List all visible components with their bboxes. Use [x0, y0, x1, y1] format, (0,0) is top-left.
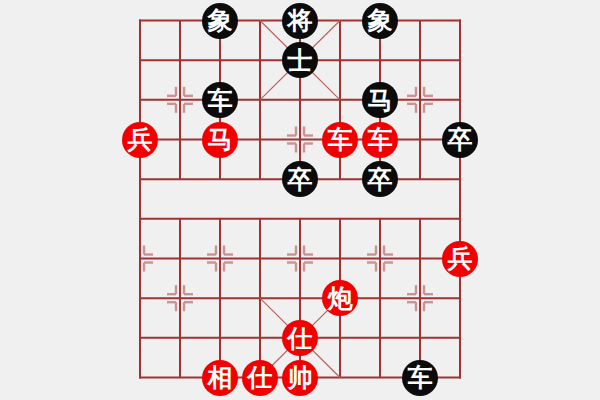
- piece-red-advisor[interactable]: 仕: [282, 320, 318, 356]
- piece-black-horse[interactable]: 马: [362, 82, 398, 118]
- piece-red-advisor[interactable]: 仕: [242, 360, 278, 396]
- piece-black-chariot[interactable]: 车: [202, 82, 238, 118]
- xiangqi-app-screen: 象将象士车马兵马车车卒卒卒兵炮仕相仕帅车: [0, 0, 600, 400]
- piece-black-soldier[interactable]: 卒: [442, 122, 478, 158]
- piece-red-soldier[interactable]: 兵: [442, 241, 478, 277]
- xiangqi-board[interactable]: 象将象士车马兵马车车卒卒卒兵炮仕相仕帅车: [120, 1, 480, 398]
- piece-black-soldier[interactable]: 卒: [362, 161, 398, 197]
- piece-black-chariot[interactable]: 车: [402, 360, 438, 396]
- piece-red-soldier[interactable]: 兵: [122, 122, 158, 158]
- piece-black-elephant[interactable]: 象: [362, 3, 398, 39]
- piece-red-chariot[interactable]: 车: [322, 122, 358, 158]
- piece-red-chariot[interactable]: 车: [362, 122, 398, 158]
- piece-black-soldier[interactable]: 卒: [282, 161, 318, 197]
- piece-red-horse[interactable]: 马: [202, 122, 238, 158]
- piece-red-cannon[interactable]: 炮: [322, 280, 358, 316]
- piece-red-elephant[interactable]: 相: [202, 360, 238, 396]
- piece-black-general[interactable]: 将: [282, 3, 318, 39]
- piece-black-elephant[interactable]: 象: [202, 3, 238, 39]
- piece-red-general[interactable]: 帅: [282, 360, 318, 396]
- piece-black-advisor[interactable]: 士: [282, 42, 318, 78]
